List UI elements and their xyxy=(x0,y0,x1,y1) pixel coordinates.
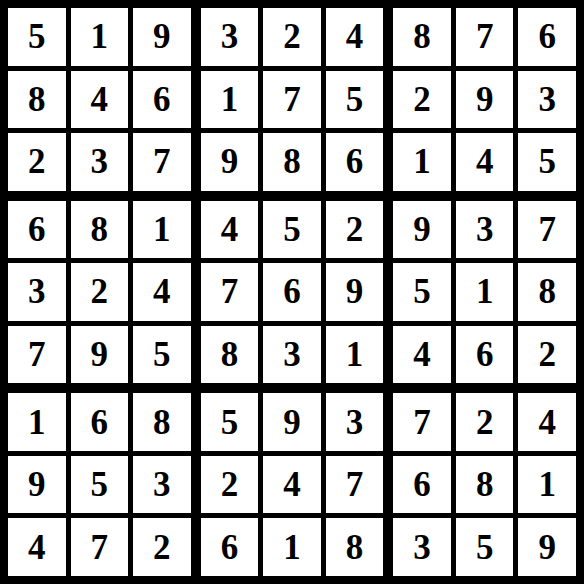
sudoku-cell-r1c7[interactable]: 8 xyxy=(393,8,451,66)
sudoku-box-3: 876293145 xyxy=(393,8,576,191)
sudoku-cell-r8c3[interactable]: 3 xyxy=(133,456,191,514)
sudoku-box-2: 324175986 xyxy=(201,8,384,191)
sudoku-box-1: 519846237 xyxy=(8,8,191,191)
sudoku-cell-r9c6[interactable]: 8 xyxy=(326,518,384,576)
sudoku-cell-r2c9[interactable]: 3 xyxy=(518,71,576,129)
sudoku-cell-r5c4[interactable]: 7 xyxy=(201,263,259,321)
sudoku-cell-r9c7[interactable]: 3 xyxy=(393,518,451,576)
sudoku-cell-r7c3[interactable]: 8 xyxy=(133,393,191,451)
sudoku-cell-r9c4[interactable]: 6 xyxy=(201,518,259,576)
sudoku-cell-r3c5[interactable]: 8 xyxy=(263,133,321,191)
sudoku-cell-r6c6[interactable]: 1 xyxy=(326,326,384,384)
sudoku-cell-r5c8[interactable]: 1 xyxy=(456,263,514,321)
sudoku-cell-r1c4[interactable]: 3 xyxy=(201,8,259,66)
sudoku-box-7: 168953472 xyxy=(8,393,191,576)
sudoku-cell-r4c2[interactable]: 8 xyxy=(71,201,129,259)
sudoku-cell-r4c7[interactable]: 9 xyxy=(393,201,451,259)
sudoku-box-9: 724681359 xyxy=(393,393,576,576)
sudoku-cell-r1c9[interactable]: 6 xyxy=(518,8,576,66)
sudoku-cell-r7c1[interactable]: 1 xyxy=(8,393,66,451)
sudoku-cell-r6c5[interactable]: 3 xyxy=(263,326,321,384)
sudoku-cell-r1c2[interactable]: 1 xyxy=(71,8,129,66)
sudoku-cell-r2c8[interactable]: 9 xyxy=(456,71,514,129)
sudoku-cell-r8c8[interactable]: 8 xyxy=(456,456,514,514)
sudoku-cell-r7c7[interactable]: 7 xyxy=(393,393,451,451)
sudoku-cell-r5c7[interactable]: 5 xyxy=(393,263,451,321)
sudoku-cell-r2c3[interactable]: 6 xyxy=(133,71,191,129)
sudoku-cell-r8c7[interactable]: 6 xyxy=(393,456,451,514)
sudoku-cell-r1c6[interactable]: 4 xyxy=(326,8,384,66)
sudoku-cell-r3c6[interactable]: 6 xyxy=(326,133,384,191)
sudoku-box-grid: 5198462373241759868762931456813247954527… xyxy=(8,8,576,576)
sudoku-cell-r2c1[interactable]: 8 xyxy=(8,71,66,129)
sudoku-cell-r3c7[interactable]: 1 xyxy=(393,133,451,191)
sudoku-board: 5198462373241759868762931456813247954527… xyxy=(0,0,584,584)
sudoku-cell-r7c6[interactable]: 3 xyxy=(326,393,384,451)
sudoku-cell-r1c8[interactable]: 7 xyxy=(456,8,514,66)
sudoku-cell-r9c8[interactable]: 5 xyxy=(456,518,514,576)
sudoku-cell-r2c4[interactable]: 1 xyxy=(201,71,259,129)
sudoku-box-4: 681324795 xyxy=(8,201,191,384)
sudoku-cell-r6c3[interactable]: 5 xyxy=(133,326,191,384)
sudoku-cell-r5c3[interactable]: 4 xyxy=(133,263,191,321)
sudoku-box-8: 593247618 xyxy=(201,393,384,576)
sudoku-cell-r7c5[interactable]: 9 xyxy=(263,393,321,451)
sudoku-cell-r4c3[interactable]: 1 xyxy=(133,201,191,259)
sudoku-cell-r4c4[interactable]: 4 xyxy=(201,201,259,259)
sudoku-cell-r1c3[interactable]: 9 xyxy=(133,8,191,66)
sudoku-cell-r3c4[interactable]: 9 xyxy=(201,133,259,191)
sudoku-cell-r5c5[interactable]: 6 xyxy=(263,263,321,321)
sudoku-cell-r9c5[interactable]: 1 xyxy=(263,518,321,576)
sudoku-cell-r7c2[interactable]: 6 xyxy=(71,393,129,451)
sudoku-cell-r2c6[interactable]: 5 xyxy=(326,71,384,129)
sudoku-cell-r4c1[interactable]: 6 xyxy=(8,201,66,259)
sudoku-cell-r5c9[interactable]: 8 xyxy=(518,263,576,321)
sudoku-cell-r2c2[interactable]: 4 xyxy=(71,71,129,129)
sudoku-box-6: 937518462 xyxy=(393,201,576,384)
sudoku-cell-r3c1[interactable]: 2 xyxy=(8,133,66,191)
sudoku-cell-r7c9[interactable]: 4 xyxy=(518,393,576,451)
sudoku-cell-r1c5[interactable]: 2 xyxy=(263,8,321,66)
sudoku-cell-r5c2[interactable]: 2 xyxy=(71,263,129,321)
sudoku-cell-r5c1[interactable]: 3 xyxy=(8,263,66,321)
sudoku-cell-r9c1[interactable]: 4 xyxy=(8,518,66,576)
sudoku-cell-r8c9[interactable]: 1 xyxy=(518,456,576,514)
sudoku-cell-r9c9[interactable]: 9 xyxy=(518,518,576,576)
sudoku-cell-r6c8[interactable]: 6 xyxy=(456,326,514,384)
sudoku-box-5: 452769831 xyxy=(201,201,384,384)
sudoku-cell-r4c5[interactable]: 5 xyxy=(263,201,321,259)
sudoku-cell-r8c1[interactable]: 9 xyxy=(8,456,66,514)
sudoku-cell-r5c6[interactable]: 9 xyxy=(326,263,384,321)
sudoku-cell-r6c7[interactable]: 4 xyxy=(393,326,451,384)
sudoku-cell-r6c2[interactable]: 9 xyxy=(71,326,129,384)
sudoku-cell-r4c6[interactable]: 2 xyxy=(326,201,384,259)
sudoku-cell-r1c1[interactable]: 5 xyxy=(8,8,66,66)
sudoku-cell-r8c5[interactable]: 4 xyxy=(263,456,321,514)
sudoku-cell-r3c8[interactable]: 4 xyxy=(456,133,514,191)
sudoku-cell-r9c3[interactable]: 2 xyxy=(133,518,191,576)
sudoku-cell-r6c4[interactable]: 8 xyxy=(201,326,259,384)
sudoku-cell-r6c9[interactable]: 2 xyxy=(518,326,576,384)
sudoku-cell-r8c4[interactable]: 2 xyxy=(201,456,259,514)
sudoku-cell-r2c7[interactable]: 2 xyxy=(393,71,451,129)
sudoku-cell-r4c9[interactable]: 7 xyxy=(518,201,576,259)
sudoku-cell-r8c2[interactable]: 5 xyxy=(71,456,129,514)
sudoku-cell-r6c1[interactable]: 7 xyxy=(8,326,66,384)
sudoku-cell-r9c2[interactable]: 7 xyxy=(71,518,129,576)
sudoku-cell-r3c3[interactable]: 7 xyxy=(133,133,191,191)
sudoku-cell-r7c8[interactable]: 2 xyxy=(456,393,514,451)
sudoku-cell-r7c4[interactable]: 5 xyxy=(201,393,259,451)
sudoku-cell-r4c8[interactable]: 3 xyxy=(456,201,514,259)
sudoku-cell-r3c9[interactable]: 5 xyxy=(518,133,576,191)
sudoku-cell-r8c6[interactable]: 7 xyxy=(326,456,384,514)
sudoku-cell-r2c5[interactable]: 7 xyxy=(263,71,321,129)
sudoku-cell-r3c2[interactable]: 3 xyxy=(71,133,129,191)
